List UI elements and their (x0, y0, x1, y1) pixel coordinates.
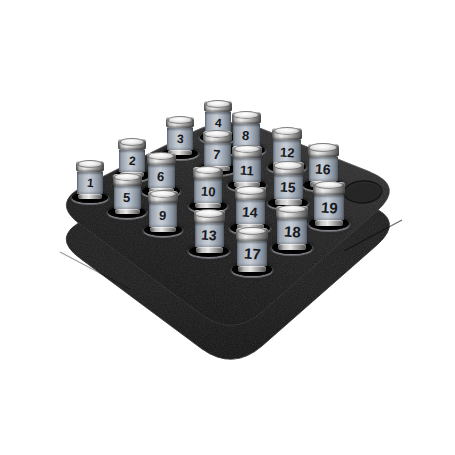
cylinder-label: 5 (114, 186, 141, 209)
cylinder-15: 15 (273, 162, 304, 205)
cylinder-label: 17 (237, 241, 267, 266)
cylinder-3: 3 (166, 117, 194, 155)
cylinder-cap (276, 206, 308, 219)
cylinder-label: 7 (204, 143, 231, 166)
cylinder-cap (113, 174, 142, 186)
cylinder-number: 12 (279, 145, 294, 159)
cylinder-cap (204, 101, 232, 112)
cylinder-14: 14 (235, 187, 266, 230)
cylinder-11: 11 (232, 146, 262, 187)
cylinder-10: 10 (193, 167, 223, 208)
cylinder-9: 9 (148, 191, 178, 232)
cylinder-cap (272, 128, 302, 140)
cylinder-label: 14 (236, 200, 265, 224)
cylinder-number: 18 (283, 223, 301, 239)
cylinder-label: 19 (314, 195, 344, 220)
cylinder-number: 3 (176, 133, 184, 145)
cylinders-layer: 12345678910111213141516171819 (0, 0, 455, 455)
cylinder-base (196, 247, 223, 253)
cylinder-label: 1 (77, 172, 103, 194)
cylinder-number: 7 (213, 147, 221, 160)
cylinder-cap (193, 167, 223, 179)
cylinder-2: 2 (118, 139, 146, 177)
cylinder-number: 19 (320, 199, 338, 215)
cylinder-base (238, 266, 266, 272)
cylinder-6: 6 (147, 153, 176, 193)
cylinder-label: 3 (167, 128, 193, 150)
cylinder-cap (308, 144, 339, 157)
cylinder-number: 10 (200, 184, 215, 198)
cylinder-label: 15 (274, 175, 303, 199)
cylinder-17: 17 (236, 228, 268, 272)
cylinder-cap (194, 210, 225, 223)
cylinder-cap (313, 182, 345, 195)
cylinder-cap (148, 191, 178, 203)
cylinder-number: 16 (315, 161, 332, 176)
cylinder-cap (203, 131, 232, 143)
cylinder-label: 13 (195, 223, 224, 247)
cylinder-13: 13 (194, 210, 225, 253)
cylinder-cap (232, 112, 261, 124)
cylinder-base (195, 203, 221, 208)
cylinder-label: 10 (194, 179, 222, 203)
cylinder-cap (166, 117, 194, 128)
cylinder-label: 11 (233, 158, 261, 182)
product-photo: 12345678910111213141516171819 (0, 0, 455, 455)
cylinder-cap (118, 139, 146, 150)
cylinder-base (278, 244, 306, 250)
cylinder-label: 8 (233, 124, 260, 147)
cylinder-number: 11 (240, 163, 255, 177)
cylinder-base (115, 209, 140, 214)
cylinder-base (150, 227, 176, 232)
cylinder-label: 2 (119, 150, 145, 172)
cylinder-cap (236, 228, 268, 241)
cylinder-label: 6 (148, 165, 175, 188)
cylinder-cap (147, 153, 176, 165)
cylinder-base (315, 220, 343, 226)
cylinder-number: 1 (86, 177, 94, 189)
cylinder-19: 19 (313, 182, 345, 226)
cylinder-number: 2 (128, 155, 136, 167)
cylinder-cap (232, 146, 262, 158)
cylinder-cap (76, 161, 104, 172)
cylinder-label: 16 (309, 157, 338, 181)
cylinder-label: 18 (277, 219, 307, 244)
cylinder-number: 9 (159, 208, 167, 221)
cylinder-number: 14 (242, 204, 259, 219)
cylinder-number: 6 (157, 169, 165, 182)
cylinder-number: 8 (242, 128, 250, 141)
cylinder-number: 4 (214, 117, 222, 129)
cylinder-number: 15 (280, 179, 297, 194)
cylinder-18: 18 (276, 206, 308, 250)
cylinder-5: 5 (113, 174, 142, 214)
cylinder-number: 17 (243, 245, 261, 261)
cylinder-number: 13 (201, 227, 218, 242)
cylinder-base (78, 194, 102, 199)
cylinder-label: 9 (149, 203, 177, 227)
cylinder-number: 5 (123, 190, 131, 203)
cylinder-cap (273, 162, 304, 175)
cylinder-cap (235, 187, 266, 200)
cylinder-1: 1 (76, 161, 104, 199)
cylinder-7: 7 (203, 131, 232, 171)
